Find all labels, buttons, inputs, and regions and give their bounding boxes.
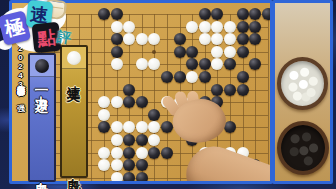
white-stone [136,147,148,159]
black-stone [123,96,135,108]
white-stone [123,33,135,45]
black-stone [136,172,148,184]
black-stone [148,109,160,121]
black-stone [98,8,110,20]
black-stone [148,147,160,159]
white-stone [186,21,198,33]
black-stone-icon [30,55,54,77]
black-stone [123,147,135,159]
black-stone [98,121,110,133]
black-stone [237,46,249,58]
black-stone [111,8,123,20]
white-stone [211,58,223,70]
white-stone [111,134,123,146]
white-stone [111,159,123,171]
white-stone [98,96,110,108]
black-player-name: 一力遼 [35,82,49,171]
event-title: 2024年三星杯世界围棋大师赛32强 [14,44,26,189]
black-stone [123,84,135,96]
star-point [152,50,156,54]
black-stone [237,33,249,45]
black-stone [123,172,135,184]
channel-logo: 極 速 點 評 [0,0,72,56]
white-stone-bowl [277,57,328,110]
stone-bowls-panel [272,0,333,184]
black-stone [186,46,198,58]
black-stone [111,46,123,58]
black-stone [237,84,249,96]
grid-line-vertical [268,14,269,181]
white-stone [199,21,211,33]
black-stone [186,58,198,70]
black-stone [224,58,236,70]
black-stone [199,8,211,20]
white-stone [148,121,160,133]
white-stone [148,33,160,45]
white-stone [224,33,236,45]
black-stone [123,159,135,171]
white-player-name: 連笑 [67,74,81,167]
white-stone [111,121,123,133]
black-stone [237,21,249,33]
black-stone [199,58,211,70]
black-stone [211,8,223,20]
white-stone [136,58,148,70]
white-stone [111,21,123,33]
black-stone [224,84,236,96]
white-stone [111,58,123,70]
banner-black-player: 一力遼 九段 [28,53,56,182]
black-stone [161,71,173,83]
white-stone [148,58,160,70]
white-stone [98,109,110,121]
white-stone [98,159,110,171]
white-stone [186,71,198,83]
white-stone [98,147,110,159]
white-stone [111,172,123,184]
black-stone [249,8,261,20]
white-stone [211,46,223,58]
black-stone [161,147,173,159]
black-player-rank: 九段 [36,171,49,175]
video-thumbnail: 2024年三星杯世界围棋大师赛32强 一力遼 九段 連笑 九段 極 速 點 評 [0,0,336,189]
black-stone [249,33,261,45]
black-stone [237,71,249,83]
black-stone [174,71,186,83]
black-stone [174,46,186,58]
black-stone [199,71,211,83]
black-stone-bowl [277,121,329,175]
black-stone [123,134,135,146]
black-stone [136,96,148,108]
white-stone [111,147,123,159]
black-stone [249,58,261,70]
black-stone [136,134,148,146]
white-stone [123,21,135,33]
black-stone [237,8,249,20]
black-stone [211,84,223,96]
white-stone [123,121,135,133]
white-stone [211,33,223,45]
white-stone [111,96,123,108]
black-stone [136,159,148,171]
white-stone [148,134,160,146]
banner-white-player: 連笑 九段 [60,45,88,178]
white-stone [211,21,223,33]
white-stone [224,46,236,58]
black-stone [249,21,261,33]
white-player-rank: 九段 [68,167,81,171]
grid-line-horizontal [41,14,268,15]
black-stone [174,33,186,45]
white-stone [199,33,211,45]
white-stone [136,121,148,133]
white-stone [136,33,148,45]
black-stone [111,33,123,45]
black-stone [161,121,173,133]
white-stone [224,21,236,33]
logo-char-ping: 評 [55,28,74,49]
